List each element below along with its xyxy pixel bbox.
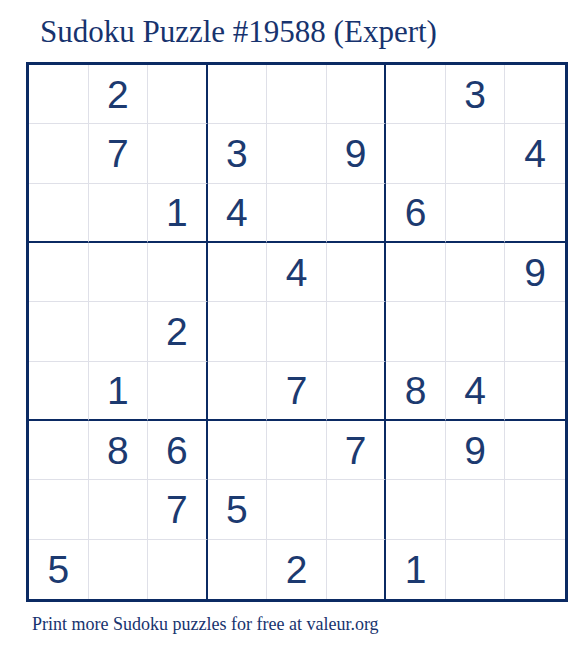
grid-cell-r6c4[interactable] [208,362,268,421]
grid-cell-r7c6[interactable]: 7 [327,421,387,480]
given-digit: 7 [166,490,188,529]
grid-cell-r2c7[interactable] [386,124,446,183]
grid-cell-r6c9[interactable] [505,362,565,421]
grid-cell-r8c5[interactable] [267,480,327,539]
grid-cell-r4c1[interactable] [29,243,89,302]
grid-cell-r2c5[interactable] [267,124,327,183]
grid-cell-r8c4[interactable]: 5 [208,480,268,539]
grid-cell-r9c9[interactable] [505,540,565,599]
given-digit: 6 [405,193,427,232]
given-digit: 2 [107,75,129,114]
grid-cell-r1c2[interactable]: 2 [89,65,149,124]
grid-cell-r5c6[interactable] [327,302,387,361]
grid-cell-r9c8[interactable] [446,540,506,599]
grid-cell-r3c5[interactable] [267,184,327,243]
given-digit: 9 [524,253,546,292]
grid-cell-r8c7[interactable] [386,480,446,539]
grid-cell-r9c3[interactable] [148,540,208,599]
grid-cell-r8c2[interactable] [89,480,149,539]
grid-cell-r4c4[interactable] [208,243,268,302]
grid-cell-r7c7[interactable] [386,421,446,480]
grid-cell-r5c8[interactable] [446,302,506,361]
grid-cell-r3c4[interactable]: 4 [208,184,268,243]
grid-cell-r7c8[interactable]: 9 [446,421,506,480]
given-digit: 1 [405,550,427,589]
given-digit: 8 [405,371,427,410]
given-digit: 4 [286,253,308,292]
given-digit: 4 [226,193,248,232]
given-digit: 3 [464,75,486,114]
grid-cell-r9c7[interactable]: 1 [386,540,446,599]
given-digit: 1 [107,371,129,410]
grid-cell-r8c8[interactable] [446,480,506,539]
grid-cell-r5c2[interactable] [89,302,149,361]
grid-cell-r1c6[interactable] [327,65,387,124]
grid-cell-r6c6[interactable] [327,362,387,421]
given-digit: 4 [464,371,486,410]
grid-cell-r8c6[interactable] [327,480,387,539]
grid-cell-r7c1[interactable] [29,421,89,480]
grid-cell-r3c1[interactable] [29,184,89,243]
given-digit: 6 [166,431,188,470]
grid-cell-r6c8[interactable]: 4 [446,362,506,421]
given-digit: 9 [464,431,486,470]
grid-cell-r1c8[interactable]: 3 [446,65,506,124]
grid-cell-r1c3[interactable] [148,65,208,124]
sudoku-page: Sudoku Puzzle #19588 (Expert) 2373941464… [0,0,580,651]
page-title: Sudoku Puzzle #19588 (Expert) [40,12,437,52]
grid-cell-r5c5[interactable] [267,302,327,361]
grid-cell-r1c9[interactable] [505,65,565,124]
grid-cell-r5c1[interactable] [29,302,89,361]
grid-cell-r2c3[interactable] [148,124,208,183]
grid-cell-r5c7[interactable] [386,302,446,361]
grid-cell-r8c1[interactable] [29,480,89,539]
grid-cell-r3c8[interactable] [446,184,506,243]
grid-cell-r4c6[interactable] [327,243,387,302]
given-digit: 2 [166,312,188,351]
grid-cell-r1c7[interactable] [386,65,446,124]
grid-cell-r6c1[interactable] [29,362,89,421]
given-digit: 5 [47,550,69,589]
grid-cell-r3c9[interactable] [505,184,565,243]
grid-cell-r6c3[interactable] [148,362,208,421]
grid-cell-r3c2[interactable] [89,184,149,243]
grid-cell-r9c1[interactable]: 5 [29,540,89,599]
grid-cell-r7c5[interactable] [267,421,327,480]
grid-cell-r7c2[interactable]: 8 [89,421,149,480]
grid-cell-r9c4[interactable] [208,540,268,599]
grid-cell-r2c4[interactable]: 3 [208,124,268,183]
grid-cell-r1c5[interactable] [267,65,327,124]
grid-cell-r5c4[interactable] [208,302,268,361]
given-digit: 1 [166,193,188,232]
grid-cell-r7c3[interactable]: 6 [148,421,208,480]
given-digit: 3 [226,134,248,173]
grid-cell-r3c6[interactable] [327,184,387,243]
grid-cell-r7c4[interactable] [208,421,268,480]
grid-cell-r4c5[interactable]: 4 [267,243,327,302]
grid-cell-r6c2[interactable]: 1 [89,362,149,421]
grid-cell-r2c9[interactable]: 4 [505,124,565,183]
grid-cell-r1c1[interactable] [29,65,89,124]
grid-cell-r8c9[interactable] [505,480,565,539]
grid-cell-r4c8[interactable] [446,243,506,302]
footer-text: Print more Sudoku puzzles for free at va… [32,612,379,636]
given-digit: 7 [107,134,129,173]
grid-cell-r7c9[interactable] [505,421,565,480]
grid-cell-r4c2[interactable] [89,243,149,302]
grid-cell-r4c3[interactable] [148,243,208,302]
grid-cell-r5c9[interactable] [505,302,565,361]
grid-cell-r2c2[interactable]: 7 [89,124,149,183]
grid-cell-r4c7[interactable] [386,243,446,302]
grid-cell-r6c5[interactable]: 7 [267,362,327,421]
grid-cell-r9c2[interactable] [89,540,149,599]
given-digit: 9 [345,134,367,173]
grid-cell-r1c4[interactable] [208,65,268,124]
grid-cell-r5c3[interactable]: 2 [148,302,208,361]
given-digit: 7 [345,431,367,470]
grid-cell-r3c7[interactable]: 6 [386,184,446,243]
sudoku-board: 2373941464921784867975521 [26,62,568,602]
given-digit: 7 [286,371,308,410]
grid-cell-r8c3[interactable]: 7 [148,480,208,539]
grid-cell-r6c7[interactable]: 8 [386,362,446,421]
grid-cell-r2c8[interactable] [446,124,506,183]
grid-cell-r4c9[interactable]: 9 [505,243,565,302]
grid-cell-r2c1[interactable] [29,124,89,183]
given-digit: 4 [524,134,546,173]
grid-cell-r2c6[interactable]: 9 [327,124,387,183]
given-digit: 8 [107,431,129,470]
given-digit: 2 [286,550,308,589]
given-digit: 5 [226,490,248,529]
grid-cell-r3c3[interactable]: 1 [148,184,208,243]
grid-cell-r9c5[interactable]: 2 [267,540,327,599]
grid-cell-r9c6[interactable] [327,540,387,599]
